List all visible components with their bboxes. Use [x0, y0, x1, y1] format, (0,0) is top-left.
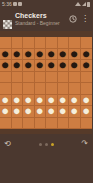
board-cell[interactable]: [58, 72, 70, 84]
dark-piece[interactable]: ●: [36, 60, 44, 70]
board-cell[interactable]: ●: [81, 60, 93, 72]
light-piece[interactable]: ●: [1, 106, 9, 116]
board-cell[interactable]: [35, 118, 47, 130]
board-cell[interactable]: [0, 118, 12, 130]
board-cell[interactable]: [12, 118, 24, 130]
dark-piece[interactable]: ●: [70, 60, 78, 70]
board-cell[interactable]: ●: [0, 106, 12, 118]
dark-piece[interactable]: ●: [24, 60, 32, 70]
dark-piece[interactable]: ●: [1, 60, 9, 70]
page-dots: [18, 143, 74, 146]
board-cell[interactable]: ●: [69, 60, 81, 72]
status-right: [75, 2, 90, 7]
board-cell[interactable]: [81, 72, 93, 84]
light-piece[interactable]: ●: [24, 106, 32, 116]
board-cell[interactable]: [46, 72, 58, 84]
light-piece[interactable]: ●: [59, 106, 67, 116]
notification-icon: [13, 2, 17, 6]
status-time: 5:36: [2, 0, 12, 8]
undo-icon[interactable]: ⟲: [4, 139, 18, 149]
page-title: Checkers: [15, 12, 69, 20]
wifi-icon: [75, 2, 81, 6]
board-cell[interactable]: ●: [12, 106, 24, 118]
board-cell[interactable]: ●: [81, 106, 93, 118]
board-cell[interactable]: ●: [0, 60, 12, 72]
board-cell[interactable]: [0, 72, 12, 84]
board-cell[interactable]: [12, 72, 24, 84]
app-bar: Checkers Standard - Beginner ⋮: [0, 8, 92, 30]
dark-piece[interactable]: ●: [13, 60, 21, 70]
title-block: Checkers Standard - Beginner: [15, 12, 69, 26]
board-cell[interactable]: [23, 118, 35, 130]
board-cell[interactable]: [35, 72, 47, 84]
board-cell[interactable]: ●: [23, 60, 35, 72]
screen: { "game": "checkers", "variant_note": "T…: [0, 0, 92, 183]
page-dot[interactable]: [45, 143, 48, 146]
light-piece[interactable]: ●: [82, 106, 90, 116]
board-cell[interactable]: [69, 118, 81, 130]
page-dot[interactable]: [51, 143, 54, 146]
board-frame: ●●●●●●●●●●●●●●●●●●●●●●●●●●●●●●●●: [0, 31, 92, 134]
header-actions: ⋮: [69, 15, 89, 23]
board-cell[interactable]: [23, 72, 35, 84]
board-cell[interactable]: [58, 118, 70, 130]
board-cell[interactable]: ●: [58, 106, 70, 118]
light-piece[interactable]: ●: [70, 106, 78, 116]
game-mode-subtitle: Standard - Beginner: [15, 20, 69, 26]
board[interactable]: ●●●●●●●●●●●●●●●●●●●●●●●●●●●●●●●●: [0, 37, 92, 129]
board-cell[interactable]: ●: [35, 106, 47, 118]
dark-piece[interactable]: ●: [82, 60, 90, 70]
signal-icon: [82, 2, 86, 6]
board-cell[interactable]: ●: [23, 106, 35, 118]
clock-history-icon[interactable]: [69, 15, 77, 23]
board-cell[interactable]: ●: [69, 106, 81, 118]
board-cell[interactable]: ●: [46, 106, 58, 118]
board-cell[interactable]: [46, 118, 58, 130]
checkerboard-app-icon: [3, 15, 12, 24]
board-cell[interactable]: ●: [58, 60, 70, 72]
page-dot[interactable]: [39, 143, 42, 146]
board-edge-bottom: [0, 129, 92, 134]
board-cell[interactable]: ●: [12, 60, 24, 72]
status-bar: 5:36: [0, 0, 92, 8]
notification-icon: [18, 2, 22, 6]
status-left: 5:36: [2, 0, 75, 8]
dark-piece[interactable]: ●: [59, 60, 67, 70]
light-piece[interactable]: ●: [47, 106, 55, 116]
board-cell[interactable]: [69, 72, 81, 84]
overflow-menu-icon[interactable]: ⋮: [81, 15, 89, 23]
board-cell[interactable]: [81, 118, 93, 130]
board-cell[interactable]: ●: [46, 60, 58, 72]
dark-piece[interactable]: ●: [47, 60, 55, 70]
light-piece[interactable]: ●: [36, 106, 44, 116]
light-piece[interactable]: ●: [13, 106, 21, 116]
redo-icon[interactable]: ↷: [74, 139, 88, 149]
board-cell[interactable]: ●: [35, 60, 47, 72]
battery-icon: [87, 2, 90, 7]
game-controls: ⟲ ↷: [0, 138, 92, 150]
